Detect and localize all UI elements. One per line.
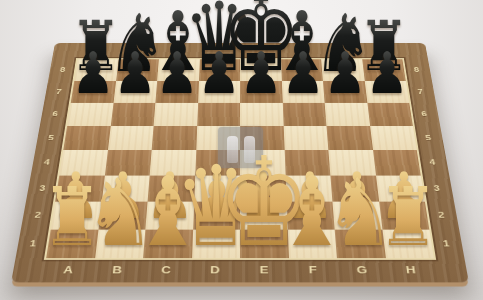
piece-black-pawn-h7[interactable]: ♟ xyxy=(365,45,408,102)
piece-black-pawn-a7[interactable]: ♟ xyxy=(71,45,114,102)
piece-black-pawn-e7[interactable]: ♟ xyxy=(239,45,282,102)
piece-white-rook-h1[interactable]: ♜ xyxy=(378,177,439,258)
piece-black-pawn-g7[interactable]: ♟ xyxy=(323,45,366,102)
piece-black-pawn-b7[interactable]: ♟ xyxy=(113,45,156,102)
pieces-layer: ♜♞♝♛♚♝♞♜♟♟♟♟♟♟♟♟♟♟♟♟♟♟♟♟♜♞♝♛♚♝♞♜ xyxy=(0,0,483,300)
piece-black-pawn-f7[interactable]: ♟ xyxy=(281,45,324,102)
piece-black-pawn-c7[interactable]: ♟ xyxy=(155,45,198,102)
chess-board-photo: ABCDEFGH8765432187654321 ♜♞♝♛♚♝♞♜♟♟♟♟♟♟♟… xyxy=(0,0,483,300)
piece-black-pawn-d7[interactable]: ♟ xyxy=(197,45,240,102)
